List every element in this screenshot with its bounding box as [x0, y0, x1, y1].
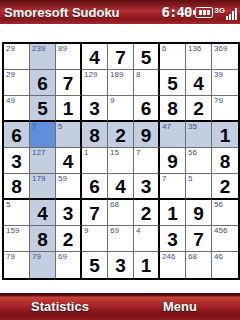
cell-r3c1[interactable]: 49 [4, 96, 30, 122]
pencil-marks: 39 [214, 71, 223, 79]
pencil-marks: 7 [32, 123, 36, 131]
cell-value: 2 [115, 126, 126, 145]
cell-r9c9[interactable]: 46 [212, 252, 238, 278]
cell-r5c7[interactable]: 9 [160, 148, 186, 174]
cell-r1c8[interactable]: 136 [186, 44, 212, 70]
cell-r2c2[interactable]: 6 [30, 70, 56, 96]
cell-r6c9[interactable]: 2 [212, 174, 238, 200]
cell-r4c5[interactable]: 2 [108, 122, 134, 148]
cell-r3c8[interactable]: 2 [186, 96, 212, 122]
cell-r2c5[interactable]: 189 [108, 70, 134, 96]
cell-value: 3 [89, 99, 100, 118]
cell-r9c7[interactable]: 246 [160, 252, 186, 278]
cell-r5c1[interactable]: 3 [4, 148, 30, 174]
menu-softkey[interactable]: Menu [120, 299, 240, 314]
pencil-marks: 9 [110, 97, 114, 105]
cell-r6c7[interactable]: 7 [160, 174, 186, 200]
cell-r8c8[interactable]: 7 [186, 226, 212, 252]
pencil-marks: 6 [162, 45, 166, 53]
cell-value: 8 [89, 126, 100, 145]
cell-value: 2 [193, 99, 204, 118]
cell-value: 8 [167, 99, 178, 118]
cell-r5c4[interactable]: 1 [82, 148, 108, 174]
cell-value: 2 [220, 177, 231, 196]
pencil-marks: 46 [214, 253, 223, 261]
cell-r3c2[interactable]: 5 [30, 96, 56, 122]
cell-r4c2[interactable]: 7 [30, 122, 56, 148]
cell-r4c9[interactable]: 1 [212, 122, 238, 148]
status-area: 6:40 3G [162, 4, 237, 20]
cell-r6c2[interactable]: 179 [30, 174, 56, 200]
cell-value: 6 [37, 74, 48, 93]
cell-r9c2[interactable]: 79 [30, 252, 56, 278]
cell-value: 1 [63, 99, 74, 118]
titlebar: Smoresoft Sudoku 6:40 3G [0, 0, 240, 24]
pencil-marks: 68 [188, 253, 197, 261]
cell-r8c2[interactable]: 8 [30, 226, 56, 252]
pencil-marks: 7 [162, 175, 166, 183]
cell-value: 7 [89, 204, 100, 223]
cell-r5c6[interactable]: 7 [134, 148, 160, 174]
pencil-marks: 159 [6, 227, 19, 235]
cell-r2c3[interactable]: 7 [56, 70, 82, 96]
cell-r2c7[interactable]: 5 [160, 70, 186, 96]
pencil-marks: 9 [84, 227, 88, 235]
pencil-marks: 5 [188, 175, 192, 183]
cell-r5c8[interactable]: 56 [186, 148, 212, 174]
cell-value: 5 [167, 74, 178, 93]
cell-r1c3[interactable]: 89 [56, 44, 82, 70]
cell-r9c1[interactable]: 79 [4, 252, 30, 278]
pencil-marks: 68 [110, 201, 119, 209]
cell-r9c8[interactable]: 68 [186, 252, 212, 278]
pencil-marks: 69 [58, 253, 67, 261]
pencil-marks: 179 [32, 175, 45, 183]
pencil-marks: 239 [32, 45, 45, 53]
pencil-marks: 189 [110, 71, 123, 79]
cell-r7c2[interactable]: 4 [30, 200, 56, 226]
cell-value: 2 [63, 230, 74, 249]
cell-value: 1 [167, 204, 178, 223]
app-title: Smoresoft Sudoku [4, 5, 120, 20]
cell-r7c3[interactable]: 3 [56, 200, 82, 226]
cell-value: 6 [89, 177, 100, 196]
cell-r1c7[interactable]: 6 [160, 44, 186, 70]
cell-value: 3 [63, 204, 74, 223]
pencil-marks: 1 [84, 149, 88, 157]
cell-r6c3[interactable]: 59 [56, 174, 82, 200]
cell-r7c4[interactable]: 7 [82, 200, 108, 226]
pencil-marks: 79 [32, 253, 41, 261]
pencil-marks: 127 [32, 149, 45, 157]
battery-icon [195, 7, 213, 18]
cell-value: 8 [220, 152, 231, 171]
pencil-marks: 8 [136, 71, 140, 79]
cell-value: 5 [141, 48, 152, 67]
cell-r6c6[interactable]: 3 [134, 174, 160, 200]
cell-value: 5 [89, 256, 100, 275]
pencil-marks: 246 [162, 253, 175, 261]
pencil-marks: 5 [6, 201, 10, 209]
cell-r1c5[interactable]: 7 [108, 44, 134, 70]
cell-r9c4[interactable]: 5 [82, 252, 108, 278]
cell-r8c3[interactable]: 2 [56, 226, 82, 252]
cell-value: 3 [141, 177, 152, 196]
cell-r1c4[interactable]: 4 [82, 44, 108, 70]
cell-r9c6[interactable]: 1 [134, 252, 160, 278]
cell-r8c1[interactable]: 159 [4, 226, 30, 252]
cell-r9c3[interactable]: 69 [56, 252, 82, 278]
pencil-marks: 59 [58, 175, 67, 183]
cell-value: 4 [115, 177, 126, 196]
cell-value: 7 [63, 74, 74, 93]
cell-r3c7[interactable]: 8 [160, 96, 186, 122]
cell-value: 4 [193, 74, 204, 93]
cell-value: 5 [37, 99, 48, 118]
cell-r4c6[interactable]: 9 [134, 122, 160, 148]
cell-r3c6[interactable]: 6 [134, 96, 160, 122]
cell-r9c5[interactable]: 3 [108, 252, 134, 278]
cell-r2c8[interactable]: 4 [186, 70, 212, 96]
pencil-marks: 56 [214, 201, 223, 209]
cell-r8c7[interactable]: 3 [160, 226, 186, 252]
cell-r2c4[interactable]: 129 [82, 70, 108, 96]
cell-r7c8[interactable]: 9 [186, 200, 212, 226]
pencil-marks: 29 [6, 45, 15, 53]
pencil-marks: 47 [162, 123, 171, 131]
cell-r7c7[interactable]: 1 [160, 200, 186, 226]
cell-value: 4 [89, 48, 100, 67]
cell-r2c9[interactable]: 39 [212, 70, 238, 96]
pencil-marks: 456 [214, 227, 227, 235]
cell-r7c5[interactable]: 68 [108, 200, 134, 226]
cell-value: 3 [167, 230, 178, 249]
pencil-marks: 56 [188, 149, 197, 157]
cell-value: 3 [11, 152, 22, 171]
cell-value: 3 [115, 256, 126, 275]
cell-r5c9[interactable]: 8 [212, 148, 238, 174]
cell-r1c1[interactable]: 29 [4, 44, 30, 70]
sudoku-grid: 2923989475613636929671291898543949513968… [2, 42, 240, 280]
cell-r6c1[interactable]: 8 [4, 174, 30, 200]
cell-value: 2 [141, 204, 152, 223]
pencil-marks: 7 [136, 149, 140, 157]
cell-value: 1 [220, 126, 231, 145]
cell-r4c3[interactable]: 5 [56, 122, 82, 148]
cell-r1c6[interactable]: 5 [134, 44, 160, 70]
pencil-marks: 79 [6, 253, 15, 261]
cell-r7c9[interactable]: 56 [212, 200, 238, 226]
cell-r8c5[interactable]: 69 [108, 226, 134, 252]
cell-r1c2[interactable]: 239 [30, 44, 56, 70]
pencil-marks: 79 [214, 97, 223, 105]
cell-r4c8[interactable]: 35 [186, 122, 212, 148]
cell-r7c6[interactable]: 2 [134, 200, 160, 226]
cell-r6c8[interactable]: 5 [186, 174, 212, 200]
cell-r8c9[interactable]: 456 [212, 226, 238, 252]
cell-r7c1[interactable]: 5 [4, 200, 30, 226]
cell-value: 9 [167, 152, 178, 171]
pencil-marks: 5 [58, 123, 62, 131]
statistics-softkey[interactable]: Statistics [0, 299, 120, 314]
cell-r8c6[interactable]: 4 [134, 226, 160, 252]
pencil-marks: 69 [110, 227, 119, 235]
cell-value: 6 [141, 99, 152, 118]
pencil-marks: 15 [110, 149, 119, 157]
cell-r4c1[interactable]: 6 [4, 122, 30, 148]
cell-value: 9 [193, 204, 204, 223]
cell-value: 7 [193, 230, 204, 249]
cell-r3c4[interactable]: 3 [82, 96, 108, 122]
cell-value: 8 [11, 177, 22, 196]
cell-r5c2[interactable]: 127 [30, 148, 56, 174]
pencil-marks: 129 [84, 71, 97, 79]
signal-bars-icon [226, 8, 237, 20]
cell-value: 6 [11, 126, 22, 145]
softkey-bar: Statistics Menu [0, 293, 240, 320]
network-type-label: 3G [214, 6, 225, 15]
cell-r3c3[interactable]: 1 [56, 96, 82, 122]
cell-r6c5[interactable]: 4 [108, 174, 134, 200]
pencil-marks: 136 [188, 45, 201, 53]
cell-r3c9[interactable]: 79 [212, 96, 238, 122]
pencil-marks: 49 [6, 97, 15, 105]
pencil-marks: 29 [6, 71, 15, 79]
cell-r2c6[interactable]: 8 [134, 70, 160, 96]
cell-r8c4[interactable]: 9 [82, 226, 108, 252]
pencil-marks: 89 [58, 45, 67, 53]
pencil-marks: 4 [136, 227, 140, 235]
cell-r6c4[interactable]: 6 [82, 174, 108, 200]
cell-r1c9[interactable]: 369 [212, 44, 238, 70]
cell-value: 7 [115, 48, 126, 67]
pencil-marks: 35 [188, 123, 197, 131]
cell-r4c7[interactable]: 47 [160, 122, 186, 148]
clock: 6:40 [162, 4, 192, 20]
cell-r3c5[interactable]: 9 [108, 96, 134, 122]
cell-value: 4 [63, 152, 74, 171]
cell-value: 4 [37, 204, 48, 223]
cell-value: 8 [37, 230, 48, 249]
cell-value: 1 [141, 256, 152, 275]
pencil-marks: 369 [214, 45, 227, 53]
cell-r4c4[interactable]: 8 [82, 122, 108, 148]
cell-r5c3[interactable]: 4 [56, 148, 82, 174]
cell-value: 9 [141, 126, 152, 145]
cell-r5c5[interactable]: 15 [108, 148, 134, 174]
cell-r2c1[interactable]: 29 [4, 70, 30, 96]
